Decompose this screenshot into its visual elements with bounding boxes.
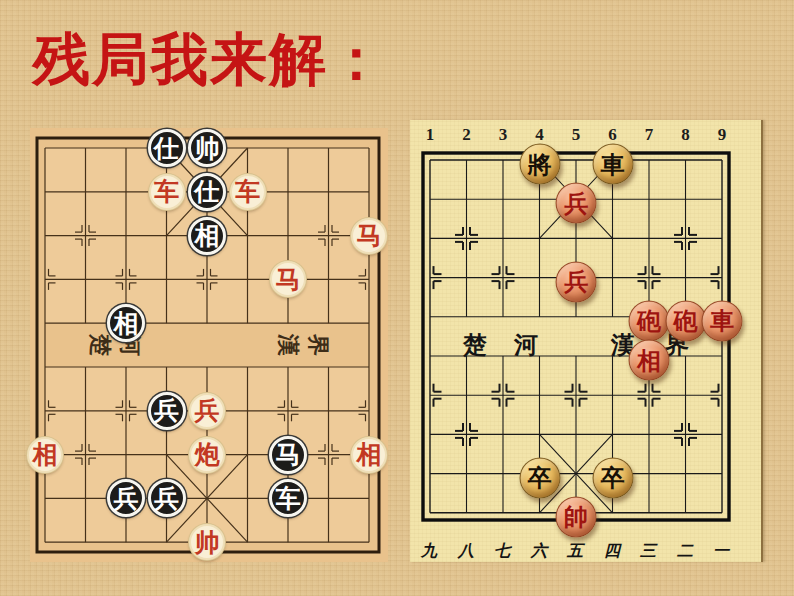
dark-piece-车[interactable]: 车 bbox=[269, 479, 307, 517]
river-char: 界 bbox=[301, 330, 335, 360]
light-piece-车[interactable]: 车 bbox=[230, 174, 266, 210]
dark-piece-相[interactable]: 相 bbox=[188, 217, 226, 255]
light-piece-相[interactable]: 相 bbox=[27, 437, 63, 473]
red-piece-兵[interactable]: 兵 bbox=[556, 261, 597, 302]
black-piece-卒[interactable]: 卒 bbox=[592, 457, 633, 498]
light-piece-帅[interactable]: 帅 bbox=[189, 524, 225, 560]
river-label-chu-he: 楚河 bbox=[463, 332, 565, 358]
black-piece-車[interactable]: 車 bbox=[592, 144, 633, 185]
column-number-label: 6 bbox=[608, 125, 617, 145]
dark-piece-帅[interactable]: 帅 bbox=[188, 129, 226, 167]
slide-title: 残局我来解： bbox=[33, 22, 387, 99]
light-piece-车[interactable]: 车 bbox=[149, 174, 185, 210]
river-label-han-jie: 漢界 bbox=[273, 328, 333, 362]
light-piece-相[interactable]: 相 bbox=[351, 437, 387, 473]
column-number-label: 9 bbox=[718, 125, 727, 145]
red-piece-相[interactable]: 相 bbox=[629, 340, 670, 381]
left-xiangqi-board[interactable]: 楚河 漢界 仕帅车仕车相马马相兵兵相炮马相兵兵车帅 bbox=[30, 128, 388, 562]
black-piece-將[interactable]: 將 bbox=[519, 144, 560, 185]
red-piece-兵[interactable]: 兵 bbox=[556, 183, 597, 224]
light-piece-兵[interactable]: 兵 bbox=[189, 393, 225, 429]
column-number-label: 3 bbox=[499, 125, 508, 145]
column-number-label: 4 bbox=[535, 125, 544, 145]
light-piece-马[interactable]: 马 bbox=[351, 218, 387, 254]
red-piece-砲[interactable]: 砲 bbox=[665, 300, 706, 341]
river-char: 漢 bbox=[271, 330, 305, 360]
dark-piece-马[interactable]: 马 bbox=[269, 436, 307, 474]
dark-piece-仕[interactable]: 仕 bbox=[148, 129, 186, 167]
column-number-label: 8 bbox=[681, 125, 690, 145]
column-number-label: 7 bbox=[645, 125, 654, 145]
red-piece-車[interactable]: 車 bbox=[702, 300, 743, 341]
red-piece-帥[interactable]: 帥 bbox=[556, 496, 597, 537]
light-piece-马[interactable]: 马 bbox=[270, 261, 306, 297]
dark-piece-仕[interactable]: 仕 bbox=[188, 173, 226, 211]
dark-piece-兵[interactable]: 兵 bbox=[148, 392, 186, 430]
light-piece-炮[interactable]: 炮 bbox=[189, 437, 225, 473]
right-xiangqi-board[interactable]: 楚河 漢界 123456789九八七六五四三二一將車兵兵砲砲車相卒卒帥 bbox=[410, 120, 763, 562]
column-number-label: 5 bbox=[572, 125, 581, 145]
dark-piece-相[interactable]: 相 bbox=[107, 304, 145, 342]
dark-piece-兵[interactable]: 兵 bbox=[148, 479, 186, 517]
column-number-label: 1 bbox=[426, 125, 435, 145]
red-piece-砲[interactable]: 砲 bbox=[629, 300, 670, 341]
dark-piece-兵[interactable]: 兵 bbox=[107, 479, 145, 517]
column-number-label: 2 bbox=[462, 125, 471, 145]
black-piece-卒[interactable]: 卒 bbox=[519, 457, 560, 498]
